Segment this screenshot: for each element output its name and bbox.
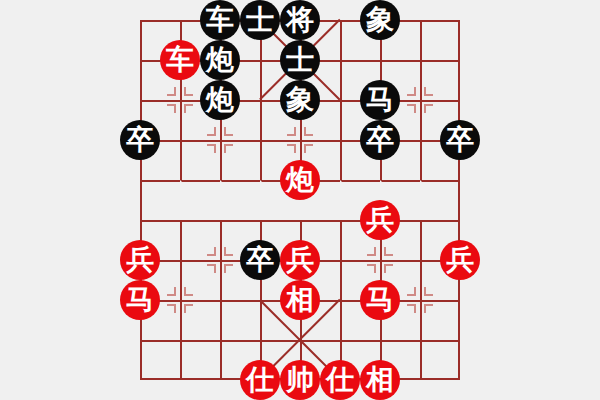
piece-red-advisor[interactable]: 仕 [320, 360, 360, 400]
position-marker [224, 247, 233, 256]
position-marker [424, 287, 433, 296]
position-marker [167, 287, 176, 296]
position-marker [287, 127, 296, 136]
board-cell [420, 180, 460, 220]
position-marker [224, 144, 233, 153]
position-marker [207, 247, 216, 256]
piece-red-elephant[interactable]: 相 [280, 280, 320, 320]
position-marker [224, 264, 233, 273]
board-cell [220, 180, 260, 220]
piece-black-advisor[interactable]: 士 [280, 40, 320, 80]
piece-black-chariot[interactable]: 车 [200, 0, 240, 40]
position-marker [224, 127, 233, 136]
position-marker [407, 304, 416, 313]
position-marker [367, 247, 376, 256]
piece-red-pawn[interactable]: 兵 [120, 240, 160, 280]
piece-black-horse[interactable]: 马 [360, 80, 400, 120]
piece-black-pawn[interactable]: 卒 [360, 120, 400, 160]
piece-black-general[interactable]: 将 [280, 0, 320, 40]
piece-red-horse[interactable]: 马 [360, 280, 400, 320]
xiangqi-board: 车士将象车炮士炮象马卒卒卒炮兵兵卒兵兵马相马仕帅仕相 [0, 0, 600, 400]
piece-black-elephant[interactable]: 象 [360, 0, 400, 40]
position-marker [407, 287, 416, 296]
position-marker [207, 264, 216, 273]
position-marker [304, 144, 313, 153]
piece-black-cannon[interactable]: 炮 [200, 40, 240, 80]
position-marker [184, 104, 193, 113]
position-marker [167, 304, 176, 313]
piece-red-cannon[interactable]: 炮 [280, 160, 320, 200]
piece-black-pawn[interactable]: 卒 [120, 120, 160, 160]
position-marker [424, 87, 433, 96]
position-marker [207, 144, 216, 153]
piece-black-pawn[interactable]: 卒 [240, 240, 280, 280]
position-marker [184, 304, 193, 313]
piece-red-pawn[interactable]: 兵 [280, 240, 320, 280]
position-marker [184, 87, 193, 96]
piece-red-pawn[interactable]: 兵 [360, 200, 400, 240]
position-marker [384, 247, 393, 256]
position-marker [207, 127, 216, 136]
board-cell [140, 180, 180, 220]
position-marker [287, 144, 296, 153]
position-marker [407, 104, 416, 113]
position-marker [167, 87, 176, 96]
piece-red-pawn[interactable]: 兵 [440, 240, 480, 280]
position-marker [167, 104, 176, 113]
piece-red-chariot[interactable]: 车 [160, 40, 200, 80]
position-marker [304, 127, 313, 136]
position-marker [424, 104, 433, 113]
piece-red-elephant[interactable]: 相 [360, 360, 400, 400]
piece-black-pawn[interactable]: 卒 [440, 120, 480, 160]
position-marker [424, 304, 433, 313]
position-marker [407, 87, 416, 96]
position-marker [184, 287, 193, 296]
piece-black-elephant[interactable]: 象 [280, 80, 320, 120]
board-cell [180, 340, 220, 380]
piece-red-advisor[interactable]: 仕 [240, 360, 280, 400]
board-cell [140, 340, 180, 380]
piece-red-general[interactable]: 帅 [280, 360, 320, 400]
board-cell [420, 340, 460, 380]
piece-black-cannon[interactable]: 炮 [200, 80, 240, 120]
piece-black-advisor[interactable]: 士 [240, 0, 280, 40]
position-marker [384, 264, 393, 273]
board-cell [420, 20, 460, 60]
board-cell [220, 300, 260, 340]
board-cell [180, 180, 220, 220]
position-marker [367, 264, 376, 273]
piece-red-horse[interactable]: 马 [120, 280, 160, 320]
